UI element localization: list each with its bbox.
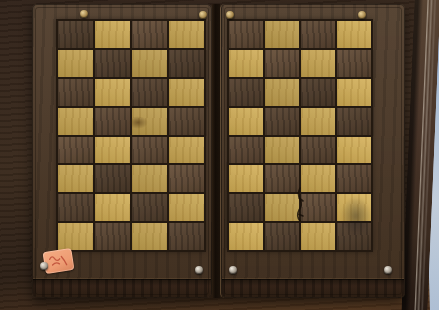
square-e8[interactable] — [229, 21, 263, 48]
side-face-left — [33, 279, 211, 297]
square-d1[interactable] — [169, 223, 204, 250]
square-h4[interactable] — [337, 137, 371, 164]
square-d5[interactable] — [169, 108, 204, 135]
wood-crack — [291, 186, 309, 228]
square-b8[interactable] — [95, 21, 130, 48]
square-c1[interactable] — [132, 223, 167, 250]
scene — [0, 0, 439, 310]
square-g4[interactable] — [301, 137, 335, 164]
square-e5[interactable] — [229, 108, 263, 135]
square-f8[interactable] — [265, 21, 299, 48]
square-f4[interactable] — [265, 137, 299, 164]
board-grid-left — [56, 19, 206, 252]
square-e4[interactable] — [229, 137, 263, 164]
square-a5[interactable] — [58, 108, 93, 135]
square-d2[interactable] — [169, 194, 204, 221]
square-f6[interactable] — [265, 79, 299, 106]
square-g5[interactable] — [301, 108, 335, 135]
square-b4[interactable] — [95, 137, 130, 164]
square-a1[interactable] — [58, 223, 93, 250]
square-a7[interactable] — [58, 50, 93, 77]
square-e3[interactable] — [229, 165, 263, 192]
square-a4[interactable] — [58, 137, 93, 164]
square-g8[interactable] — [301, 21, 335, 48]
square-e6[interactable] — [229, 79, 263, 106]
square-g6[interactable] — [301, 79, 335, 106]
wood-stain — [341, 196, 371, 236]
square-b6[interactable] — [95, 79, 130, 106]
screw — [195, 266, 203, 274]
hinge-gap — [212, 4, 220, 298]
square-e2[interactable] — [229, 194, 263, 221]
price-sticker — [42, 248, 74, 274]
square-a2[interactable] — [58, 194, 93, 221]
square-c2[interactable] — [132, 194, 167, 221]
folding-chessboard — [32, 4, 404, 298]
screw — [199, 11, 207, 19]
side-face-right — [222, 279, 404, 297]
square-d7[interactable] — [169, 50, 204, 77]
square-g7[interactable] — [301, 50, 335, 77]
square-c7[interactable] — [132, 50, 167, 77]
screw — [384, 266, 392, 274]
square-b2[interactable] — [95, 194, 130, 221]
screw — [226, 11, 234, 19]
screw — [80, 10, 88, 18]
square-c8[interactable] — [132, 21, 167, 48]
square-d8[interactable] — [169, 21, 204, 48]
screw — [229, 266, 237, 274]
square-b3[interactable] — [95, 165, 130, 192]
square-a6[interactable] — [58, 79, 93, 106]
square-h3[interactable] — [337, 165, 371, 192]
square-f5[interactable] — [265, 108, 299, 135]
square-h5[interactable] — [337, 108, 371, 135]
screw — [40, 262, 48, 270]
square-d3[interactable] — [169, 165, 204, 192]
square-b5[interactable] — [95, 108, 130, 135]
board-right-half — [220, 4, 405, 298]
square-h8[interactable] — [337, 21, 371, 48]
square-b7[interactable] — [95, 50, 130, 77]
square-a3[interactable] — [58, 165, 93, 192]
square-a8[interactable] — [58, 21, 93, 48]
square-c4[interactable] — [132, 137, 167, 164]
square-c6[interactable] — [132, 79, 167, 106]
square-e1[interactable] — [229, 223, 263, 250]
square-h7[interactable] — [337, 50, 371, 77]
square-b1[interactable] — [95, 223, 130, 250]
handwritten-mark — [42, 248, 74, 274]
square-h6[interactable] — [337, 79, 371, 106]
square-e7[interactable] — [229, 50, 263, 77]
square-c3[interactable] — [132, 165, 167, 192]
square-d6[interactable] — [169, 79, 204, 106]
wood-knot — [128, 116, 148, 129]
square-f7[interactable] — [265, 50, 299, 77]
screw — [358, 11, 366, 19]
square-d4[interactable] — [169, 137, 204, 164]
